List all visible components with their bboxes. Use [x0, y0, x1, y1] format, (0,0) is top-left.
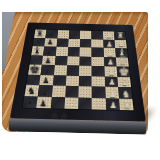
square-d6[interactable] — [54, 56, 67, 66]
piece-black-pawn[interactable]: ♟ — [39, 99, 47, 108]
square-d5[interactable] — [67, 56, 80, 66]
square-c5[interactable] — [67, 47, 79, 56]
square-g4[interactable] — [78, 86, 91, 97]
piece-white-pawn[interactable]: ♟ — [107, 68, 114, 76]
square-h7[interactable]: ♟ — [36, 96, 51, 108]
piece-black-bishop[interactable]: ♝ — [28, 75, 37, 85]
square-d2[interactable]: ♟ — [104, 57, 117, 67]
piece-black-pawn[interactable]: ♟ — [44, 67, 51, 75]
square-f5[interactable] — [66, 75, 79, 86]
piece-black-pawn[interactable]: ♟ — [42, 77, 50, 85]
square-f3[interactable] — [92, 76, 105, 87]
square-h4[interactable] — [78, 97, 92, 109]
square-h5[interactable] — [64, 97, 78, 109]
square-c3[interactable] — [92, 48, 104, 57]
square-f2[interactable]: ♟ — [104, 76, 118, 87]
board-grid: ♜♟♟♜♞♟♟♞♝♟♟♝♛♟♟♛♚♟♟♚♝♟♟♝♞♟♟♞♜♟♟♜ — [23, 30, 134, 111]
square-c7[interactable]: ♟ — [43, 46, 56, 55]
square-a4[interactable] — [80, 31, 91, 39]
piece-white-pawn[interactable]: ♟ — [109, 101, 117, 110]
tray-black-pawn[interactable]: ♟ — [51, 113, 104, 121]
square-h6[interactable] — [50, 97, 65, 109]
square-d4[interactable] — [79, 56, 91, 66]
square-f1[interactable]: ♝ — [117, 77, 131, 88]
square-f6[interactable] — [53, 75, 67, 86]
piece-black-pawn[interactable]: ♟ — [48, 31, 55, 38]
square-g7[interactable]: ♟ — [38, 85, 53, 96]
square-b4[interactable] — [80, 39, 92, 48]
square-e4[interactable] — [79, 66, 92, 76]
square-b6[interactable] — [56, 38, 68, 47]
square-b5[interactable] — [68, 38, 80, 47]
piece-white-knight[interactable]: ♞ — [121, 89, 130, 99]
piece-white-pawn[interactable]: ♟ — [108, 89, 116, 98]
board-front-edge — [9, 118, 147, 134]
square-c2[interactable]: ♟ — [103, 48, 115, 57]
piece-white-bishop[interactable]: ♝ — [120, 77, 129, 87]
square-a6[interactable] — [57, 30, 69, 38]
piece-white-pawn[interactable]: ♟ — [106, 40, 113, 48]
board-slab: ♜♟♟♜♞♟♟♞♝♟♟♝♛♟♟♛♚♟♟♚♝♟♟♝♞♟♟♞♜♟♟♜ ♟♟ — [10, 23, 146, 122]
square-c4[interactable] — [80, 47, 92, 56]
square-g6[interactable] — [51, 85, 65, 96]
square-h1[interactable]: ♜ — [119, 98, 134, 110]
square-e2[interactable]: ♟ — [104, 66, 117, 76]
square-g1[interactable]: ♞ — [118, 87, 132, 98]
square-a5[interactable] — [69, 30, 81, 38]
square-c6[interactable] — [55, 47, 68, 56]
piece-white-pawn[interactable]: ♟ — [107, 58, 114, 66]
piece-black-pawn[interactable]: ♟ — [46, 48, 53, 56]
square-e7[interactable]: ♟ — [41, 65, 55, 75]
square-a3[interactable] — [91, 31, 103, 39]
piece-black-pawn[interactable]: ♟ — [45, 57, 52, 65]
square-f8[interactable]: ♝ — [26, 74, 40, 85]
piece-black-knight[interactable]: ♞ — [27, 86, 36, 96]
square-h3[interactable] — [92, 98, 106, 110]
piece-white-pawn[interactable]: ♟ — [106, 49, 113, 57]
square-h2[interactable]: ♟ — [105, 98, 119, 110]
piece-white-rook[interactable]: ♜ — [122, 100, 131, 110]
chess-board-scene: ♜♟♟♜♞♟♟♞♝♟♟♝♛♟♟♛♚♟♟♚♝♟♟♝♞♟♟♞♜♟♟♜ ♟♟ — [5, 10, 156, 132]
square-a2[interactable]: ♟ — [103, 31, 115, 39]
square-g5[interactable] — [65, 86, 79, 97]
square-e6[interactable] — [54, 65, 67, 75]
piece-black-pawn[interactable]: ♟ — [41, 88, 49, 97]
square-b3[interactable] — [91, 39, 103, 48]
square-f4[interactable] — [79, 76, 92, 87]
square-a7[interactable]: ♟ — [46, 30, 58, 38]
piece-black-pawn[interactable]: ♟ — [47, 39, 54, 47]
square-d7[interactable]: ♟ — [42, 55, 55, 65]
square-e3[interactable] — [92, 66, 105, 76]
square-h8[interactable]: ♜ — [23, 96, 38, 108]
piece-black-king[interactable]: ♚ — [29, 62, 41, 75]
piece-white-pawn[interactable]: ♟ — [108, 79, 116, 87]
square-b2[interactable]: ♟ — [103, 39, 115, 48]
square-e5[interactable] — [66, 65, 79, 75]
square-g3[interactable] — [92, 86, 106, 97]
square-f7[interactable]: ♟ — [39, 75, 53, 86]
piece-white-king[interactable]: ♚ — [118, 64, 130, 77]
square-d3[interactable] — [92, 56, 104, 66]
piece-white-pawn[interactable]: ♟ — [105, 32, 112, 39]
square-b7[interactable]: ♟ — [44, 38, 57, 47]
piece-black-rook[interactable]: ♜ — [25, 98, 34, 108]
square-g2[interactable]: ♟ — [105, 87, 119, 98]
